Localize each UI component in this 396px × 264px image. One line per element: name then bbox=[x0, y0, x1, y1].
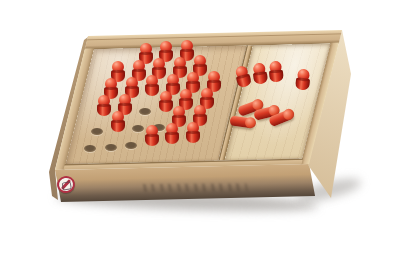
peg[interactable] bbox=[97, 96, 111, 116]
peg[interactable] bbox=[145, 126, 159, 146]
front-stamp-mark bbox=[143, 183, 248, 191]
peg-body bbox=[145, 84, 159, 96]
hole[interactable] bbox=[91, 128, 103, 135]
tray-peg-standing[interactable] bbox=[295, 69, 311, 90]
hole[interactable] bbox=[132, 125, 144, 132]
hole[interactable] bbox=[105, 144, 117, 151]
peg[interactable] bbox=[159, 92, 173, 112]
peg[interactable] bbox=[165, 124, 179, 144]
hole[interactable] bbox=[125, 142, 137, 149]
peg-body bbox=[253, 71, 269, 85]
tray-peg-standing[interactable] bbox=[252, 63, 269, 85]
peg-body bbox=[295, 77, 310, 90]
hole[interactable] bbox=[84, 145, 96, 152]
peg-body bbox=[97, 104, 111, 116]
peg-body bbox=[111, 120, 125, 132]
peg-body bbox=[159, 100, 173, 112]
tray-peg-standing[interactable] bbox=[268, 61, 284, 82]
peg-body bbox=[186, 131, 200, 143]
peg-body bbox=[145, 134, 159, 146]
peg[interactable] bbox=[145, 76, 159, 96]
box-front-face bbox=[55, 164, 315, 202]
peg[interactable] bbox=[111, 112, 125, 132]
peg[interactable] bbox=[186, 123, 200, 143]
product-photo bbox=[0, 0, 396, 264]
hole[interactable] bbox=[139, 108, 151, 115]
peg-body bbox=[165, 132, 179, 144]
peg-body bbox=[269, 69, 284, 82]
